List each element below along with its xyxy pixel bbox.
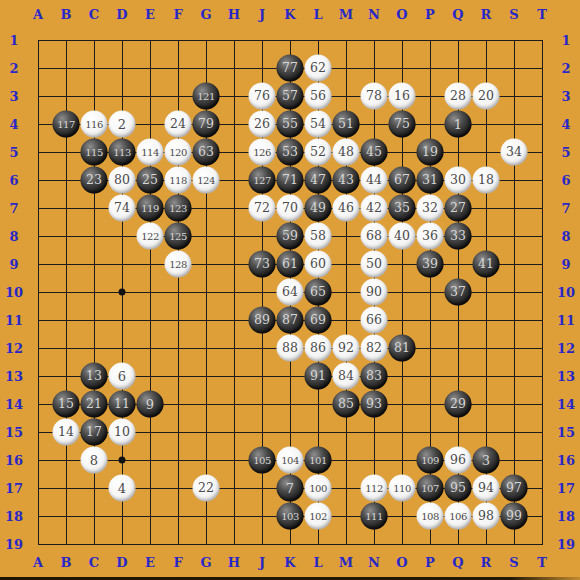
stone-O4[interactable]: 75 bbox=[389, 111, 416, 138]
stone-D6[interactable]: 80 bbox=[109, 167, 136, 194]
stone-K9[interactable]: 61 bbox=[277, 251, 304, 278]
stone-M12[interactable]: 92 bbox=[333, 335, 360, 362]
stone-B15[interactable]: 14 bbox=[53, 419, 80, 446]
col-label-bottom-A: A bbox=[33, 555, 43, 570]
col-label-top-K: K bbox=[284, 7, 295, 22]
row-label-left-5: 5 bbox=[9, 145, 18, 160]
stone-P18[interactable]: 108 bbox=[417, 503, 444, 530]
col-label-bottom-N: N bbox=[368, 555, 380, 570]
col-label-top-G: G bbox=[200, 7, 211, 22]
star-point-D10 bbox=[119, 289, 126, 296]
col-label-top-J: J bbox=[259, 7, 265, 22]
row-label-left-4: 4 bbox=[9, 117, 18, 132]
stone-P7[interactable]: 32 bbox=[417, 195, 444, 222]
stone-L10[interactable]: 65 bbox=[305, 279, 332, 306]
stone-J11[interactable]: 89 bbox=[249, 307, 276, 334]
col-label-bottom-H: H bbox=[228, 555, 240, 570]
row-label-right-19: 19 bbox=[557, 537, 575, 552]
stone-D13[interactable]: 6 bbox=[109, 363, 136, 390]
row-label-right-3: 3 bbox=[561, 89, 570, 104]
col-label-top-R: R bbox=[481, 7, 492, 22]
stone-P9[interactable]: 39 bbox=[417, 251, 444, 278]
col-label-top-E: E bbox=[145, 7, 155, 22]
stone-Q6[interactable]: 30 bbox=[445, 167, 472, 194]
stone-F8[interactable]: 125 bbox=[165, 223, 192, 250]
row-label-left-1: 1 bbox=[9, 33, 18, 48]
stone-O8[interactable]: 40 bbox=[389, 223, 416, 250]
stone-R16[interactable]: 3 bbox=[473, 447, 500, 474]
col-label-bottom-L: L bbox=[313, 555, 322, 570]
stone-C5[interactable]: 115 bbox=[81, 139, 108, 166]
row-label-left-19: 19 bbox=[5, 537, 23, 552]
stone-E5[interactable]: 114 bbox=[137, 139, 164, 166]
stone-F7[interactable]: 123 bbox=[165, 195, 192, 222]
col-label-bottom-C: C bbox=[89, 555, 99, 570]
stone-G4[interactable]: 79 bbox=[193, 111, 220, 138]
stone-F5[interactable]: 120 bbox=[165, 139, 192, 166]
row-label-left-6: 6 bbox=[9, 173, 18, 188]
col-label-top-N: N bbox=[368, 7, 380, 22]
stone-P6[interactable]: 31 bbox=[417, 167, 444, 194]
stone-G3[interactable]: 121 bbox=[193, 83, 220, 110]
stone-Q10[interactable]: 37 bbox=[445, 279, 472, 306]
col-label-bottom-J: J bbox=[259, 555, 265, 570]
col-label-bottom-O: O bbox=[396, 555, 407, 570]
row-label-right-2: 2 bbox=[561, 61, 570, 76]
stone-Q17[interactable]: 95 bbox=[445, 475, 472, 502]
col-label-bottom-M: M bbox=[339, 555, 353, 570]
row-label-right-9: 9 bbox=[561, 257, 570, 272]
col-label-top-P: P bbox=[425, 7, 435, 22]
stone-R18[interactable]: 98 bbox=[473, 503, 500, 530]
stone-L17[interactable]: 100 bbox=[305, 475, 332, 502]
col-label-top-F: F bbox=[173, 7, 182, 22]
stone-J3[interactable]: 76 bbox=[249, 83, 276, 110]
stone-N9[interactable]: 50 bbox=[361, 251, 388, 278]
row-label-right-4: 4 bbox=[561, 117, 570, 132]
stone-P5[interactable]: 19 bbox=[417, 139, 444, 166]
row-label-right-6: 6 bbox=[561, 173, 570, 188]
col-label-top-C: C bbox=[89, 7, 99, 22]
stone-L6[interactable]: 47 bbox=[305, 167, 332, 194]
stone-J6[interactable]: 127 bbox=[249, 167, 276, 194]
stone-K17[interactable]: 7 bbox=[277, 475, 304, 502]
stone-L16[interactable]: 101 bbox=[305, 447, 332, 474]
row-label-right-12: 12 bbox=[557, 341, 575, 356]
stone-R3[interactable]: 20 bbox=[473, 83, 500, 110]
row-label-left-16: 16 bbox=[5, 453, 23, 468]
row-label-left-11: 11 bbox=[5, 313, 23, 328]
stone-L8[interactable]: 58 bbox=[305, 223, 332, 250]
go-board-diagram: AABBCCDDEEFFGGHHJJKKLLMMNNOOPPQQRRSSTT11… bbox=[0, 0, 580, 580]
stone-K2[interactable]: 77 bbox=[277, 55, 304, 82]
col-label-bottom-E: E bbox=[145, 555, 155, 570]
stone-N8[interactable]: 68 bbox=[361, 223, 388, 250]
row-label-left-3: 3 bbox=[9, 89, 18, 104]
row-label-left-17: 17 bbox=[5, 481, 23, 496]
stone-G17[interactable]: 22 bbox=[193, 475, 220, 502]
stone-F4[interactable]: 24 bbox=[165, 111, 192, 138]
stone-Q4[interactable]: 1 bbox=[445, 111, 472, 138]
col-label-top-D: D bbox=[116, 7, 127, 22]
stone-S18[interactable]: 99 bbox=[501, 503, 528, 530]
stone-F6[interactable]: 118 bbox=[165, 167, 192, 194]
col-label-top-A: A bbox=[33, 7, 43, 22]
col-label-top-O: O bbox=[396, 7, 407, 22]
row-label-right-10: 10 bbox=[557, 285, 575, 300]
stone-L13[interactable]: 91 bbox=[305, 363, 332, 390]
row-label-left-8: 8 bbox=[9, 229, 18, 244]
stone-N17[interactable]: 112 bbox=[361, 475, 388, 502]
stone-S17[interactable]: 97 bbox=[501, 475, 528, 502]
row-label-right-1: 1 bbox=[561, 33, 570, 48]
stone-K6[interactable]: 71 bbox=[277, 167, 304, 194]
stone-Q3[interactable]: 28 bbox=[445, 83, 472, 110]
stone-N14[interactable]: 93 bbox=[361, 391, 388, 418]
stone-L11[interactable]: 69 bbox=[305, 307, 332, 334]
row-label-right-17: 17 bbox=[557, 481, 575, 496]
col-label-bottom-Q: Q bbox=[452, 555, 463, 570]
stone-G6[interactable]: 124 bbox=[193, 167, 220, 194]
stone-J9[interactable]: 73 bbox=[249, 251, 276, 278]
stone-P16[interactable]: 109 bbox=[417, 447, 444, 474]
row-label-left-15: 15 bbox=[5, 425, 23, 440]
stone-Q14[interactable]: 29 bbox=[445, 391, 472, 418]
stone-L5[interactable]: 52 bbox=[305, 139, 332, 166]
col-label-bottom-R: R bbox=[481, 555, 492, 570]
row-label-left-7: 7 bbox=[9, 201, 18, 216]
row-label-left-10: 10 bbox=[5, 285, 23, 300]
stone-J5[interactable]: 126 bbox=[249, 139, 276, 166]
stone-M7[interactable]: 46 bbox=[333, 195, 360, 222]
stone-D14[interactable]: 11 bbox=[109, 391, 136, 418]
stone-D4[interactable]: 2 bbox=[109, 111, 136, 138]
row-label-left-13: 13 bbox=[5, 369, 23, 384]
row-label-left-2: 2 bbox=[9, 61, 18, 76]
row-label-right-13: 13 bbox=[557, 369, 575, 384]
stone-O17[interactable]: 110 bbox=[389, 475, 416, 502]
stone-N7[interactable]: 42 bbox=[361, 195, 388, 222]
stone-C15[interactable]: 17 bbox=[81, 419, 108, 446]
stone-D15[interactable]: 10 bbox=[109, 419, 136, 446]
stone-N3[interactable]: 78 bbox=[361, 83, 388, 110]
stone-E14[interactable]: 9 bbox=[137, 391, 164, 418]
row-label-right-16: 16 bbox=[557, 453, 575, 468]
stone-L4[interactable]: 54 bbox=[305, 111, 332, 138]
stone-J16[interactable]: 105 bbox=[249, 447, 276, 474]
stone-R6[interactable]: 18 bbox=[473, 167, 500, 194]
col-label-top-M: M bbox=[339, 7, 353, 22]
stone-O3[interactable]: 16 bbox=[389, 83, 416, 110]
stone-C6[interactable]: 23 bbox=[81, 167, 108, 194]
stone-O7[interactable]: 35 bbox=[389, 195, 416, 222]
stone-N5[interactable]: 45 bbox=[361, 139, 388, 166]
col-label-bottom-F: F bbox=[173, 555, 182, 570]
stone-D7[interactable]: 74 bbox=[109, 195, 136, 222]
col-label-top-T: T bbox=[537, 7, 547, 22]
row-label-left-9: 9 bbox=[9, 257, 18, 272]
stone-J7[interactable]: 72 bbox=[249, 195, 276, 222]
stone-K10[interactable]: 64 bbox=[277, 279, 304, 306]
stone-K18[interactable]: 103 bbox=[277, 503, 304, 530]
stone-L3[interactable]: 56 bbox=[305, 83, 332, 110]
stone-M6[interactable]: 43 bbox=[333, 167, 360, 194]
stone-C14[interactable]: 21 bbox=[81, 391, 108, 418]
row-label-right-15: 15 bbox=[557, 425, 575, 440]
stone-N10[interactable]: 90 bbox=[361, 279, 388, 306]
stone-E8[interactable]: 122 bbox=[137, 223, 164, 250]
stone-Q18[interactable]: 106 bbox=[445, 503, 472, 530]
col-label-bottom-B: B bbox=[61, 555, 72, 570]
stone-C16[interactable]: 8 bbox=[81, 447, 108, 474]
stone-N12[interactable]: 82 bbox=[361, 335, 388, 362]
row-label-right-7: 7 bbox=[561, 201, 570, 216]
col-label-top-L: L bbox=[313, 7, 322, 22]
stone-B14[interactable]: 15 bbox=[53, 391, 80, 418]
stone-D17[interactable]: 4 bbox=[109, 475, 136, 502]
stone-C4[interactable]: 116 bbox=[81, 111, 108, 138]
col-label-bottom-D: D bbox=[116, 555, 127, 570]
stone-J4[interactable]: 26 bbox=[249, 111, 276, 138]
row-label-left-12: 12 bbox=[5, 341, 23, 356]
stone-P8[interactable]: 36 bbox=[417, 223, 444, 250]
stone-D5[interactable]: 113 bbox=[109, 139, 136, 166]
stone-N11[interactable]: 66 bbox=[361, 307, 388, 334]
stone-L7[interactable]: 49 bbox=[305, 195, 332, 222]
stone-K4[interactable]: 55 bbox=[277, 111, 304, 138]
stone-K8[interactable]: 59 bbox=[277, 223, 304, 250]
col-label-top-H: H bbox=[228, 7, 240, 22]
stone-K16[interactable]: 104 bbox=[277, 447, 304, 474]
stone-N18[interactable]: 111 bbox=[361, 503, 388, 530]
stone-M13[interactable]: 84 bbox=[333, 363, 360, 390]
stone-L12[interactable]: 86 bbox=[305, 335, 332, 362]
stone-K5[interactable]: 53 bbox=[277, 139, 304, 166]
star-point-D16 bbox=[119, 457, 126, 464]
stone-L18[interactable]: 102 bbox=[305, 503, 332, 530]
stone-K11[interactable]: 87 bbox=[277, 307, 304, 334]
col-label-bottom-S: S bbox=[509, 555, 518, 570]
stone-O12[interactable]: 81 bbox=[389, 335, 416, 362]
stone-S5[interactable]: 34 bbox=[501, 139, 528, 166]
row-label-right-11: 11 bbox=[557, 313, 575, 328]
stone-K7[interactable]: 70 bbox=[277, 195, 304, 222]
stone-M4[interactable]: 51 bbox=[333, 111, 360, 138]
row-label-right-18: 18 bbox=[557, 509, 575, 524]
stone-O6[interactable]: 67 bbox=[389, 167, 416, 194]
col-label-bottom-P: P bbox=[425, 555, 435, 570]
stone-L9[interactable]: 60 bbox=[305, 251, 332, 278]
col-label-bottom-T: T bbox=[537, 555, 547, 570]
stone-E6[interactable]: 25 bbox=[137, 167, 164, 194]
stone-E7[interactable]: 119 bbox=[137, 195, 164, 222]
stone-R17[interactable]: 94 bbox=[473, 475, 500, 502]
col-label-top-B: B bbox=[61, 7, 72, 22]
row-label-right-8: 8 bbox=[561, 229, 570, 244]
stone-Q8[interactable]: 33 bbox=[445, 223, 472, 250]
col-label-top-S: S bbox=[509, 7, 518, 22]
stone-K12[interactable]: 88 bbox=[277, 335, 304, 362]
stone-M14[interactable]: 85 bbox=[333, 391, 360, 418]
stone-C13[interactable]: 13 bbox=[81, 363, 108, 390]
col-label-top-Q: Q bbox=[452, 7, 463, 22]
row-label-left-14: 14 bbox=[5, 397, 23, 412]
stone-Q16[interactable]: 96 bbox=[445, 447, 472, 474]
stone-F9[interactable]: 128 bbox=[165, 251, 192, 278]
col-label-bottom-G: G bbox=[200, 555, 211, 570]
stone-K3[interactable]: 57 bbox=[277, 83, 304, 110]
stone-L2[interactable]: 62 bbox=[305, 55, 332, 82]
stone-N13[interactable]: 83 bbox=[361, 363, 388, 390]
stone-R9[interactable]: 41 bbox=[473, 251, 500, 278]
stone-B4[interactable]: 117 bbox=[53, 111, 80, 138]
stone-P17[interactable]: 107 bbox=[417, 475, 444, 502]
stone-Q7[interactable]: 27 bbox=[445, 195, 472, 222]
stone-G5[interactable]: 63 bbox=[193, 139, 220, 166]
row-label-right-14: 14 bbox=[557, 397, 575, 412]
stone-M5[interactable]: 48 bbox=[333, 139, 360, 166]
stone-N6[interactable]: 44 bbox=[361, 167, 388, 194]
row-label-left-18: 18 bbox=[5, 509, 23, 524]
row-label-right-5: 5 bbox=[561, 145, 570, 160]
col-label-bottom-K: K bbox=[284, 555, 295, 570]
